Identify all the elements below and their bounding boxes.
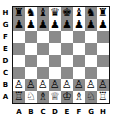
square-db[interactable]: ♙ <box>49 79 61 91</box>
square-ac[interactable] <box>13 67 25 79</box>
square-cg[interactable]: ♟ <box>37 19 49 31</box>
square-ef[interactable] <box>61 31 73 43</box>
square-hh[interactable]: ♜ <box>97 7 109 19</box>
square-be[interactable] <box>25 43 37 55</box>
white-bishop-icon: ♗ <box>38 91 48 103</box>
square-bh[interactable]: ♞ <box>25 7 37 19</box>
square-fa[interactable]: ♗ <box>73 91 85 103</box>
black-pawn-icon: ♟ <box>26 19 36 31</box>
square-cc[interactable] <box>37 67 49 79</box>
square-ec[interactable] <box>61 67 73 79</box>
square-dc[interactable] <box>49 67 61 79</box>
rank-label-d: D <box>0 55 11 67</box>
file-label-b: B <box>25 106 37 118</box>
square-gf[interactable] <box>85 31 97 43</box>
square-ag[interactable]: ♟ <box>13 19 25 31</box>
square-bc[interactable] <box>25 67 37 79</box>
square-fe[interactable] <box>73 43 85 55</box>
square-gc[interactable] <box>85 67 97 79</box>
square-eb[interactable]: ♙ <box>61 79 73 91</box>
square-ch[interactable]: ♝ <box>37 7 49 19</box>
black-pawn-icon: ♟ <box>14 19 24 31</box>
file-label-e: E <box>61 106 73 118</box>
square-dg[interactable]: ♟ <box>49 19 61 31</box>
black-rook-icon: ♜ <box>14 7 24 19</box>
square-hd[interactable] <box>97 55 109 67</box>
square-cd[interactable] <box>37 55 49 67</box>
white-pawn-icon: ♙ <box>14 79 24 91</box>
white-pawn-icon: ♙ <box>86 79 96 91</box>
white-rook-icon: ♖ <box>14 91 24 103</box>
square-cf[interactable] <box>37 31 49 43</box>
black-pawn-icon: ♟ <box>38 19 48 31</box>
square-eh[interactable]: ♚ <box>61 7 73 19</box>
square-de[interactable] <box>49 43 61 55</box>
square-ff[interactable] <box>73 31 85 43</box>
black-pawn-icon: ♟ <box>62 19 72 31</box>
rank-label-h: H <box>0 7 11 19</box>
square-ce[interactable] <box>37 43 49 55</box>
white-pawn-icon: ♙ <box>38 79 48 91</box>
square-ea[interactable]: ♔ <box>61 91 73 103</box>
rank-label-f: F <box>0 31 11 43</box>
white-pawn-icon: ♙ <box>50 79 60 91</box>
square-gb[interactable]: ♙ <box>85 79 97 91</box>
square-ha[interactable]: ♖ <box>97 91 109 103</box>
black-pawn-icon: ♟ <box>74 19 84 31</box>
square-eg[interactable]: ♟ <box>61 19 73 31</box>
square-he[interactable] <box>97 43 109 55</box>
square-ga[interactable]: ♘ <box>85 91 97 103</box>
white-king-icon: ♔ <box>62 91 72 103</box>
black-king-icon: ♚ <box>62 7 72 19</box>
file-label-d: D <box>49 106 61 118</box>
file-label-g: G <box>85 106 97 118</box>
rank-label-e: E <box>0 43 11 55</box>
square-ad[interactable] <box>13 55 25 67</box>
square-fh[interactable]: ♝ <box>73 7 85 19</box>
square-ed[interactable] <box>61 55 73 67</box>
rank-label-g: G <box>0 19 11 31</box>
chess-board: ♜♞♝♛♚♝♞♜♟♟♟♟♟♟♟♟♙♙♙♙♙♙♙♙♖♘♗♕♔♗♘♖ <box>12 6 110 104</box>
square-ae[interactable] <box>13 43 25 55</box>
rank-label-a: A <box>0 91 11 103</box>
file-label-h: H <box>97 106 109 118</box>
file-label-c: C <box>37 106 49 118</box>
square-af[interactable] <box>13 31 25 43</box>
white-knight-icon: ♘ <box>86 91 96 103</box>
white-knight-icon: ♘ <box>26 91 36 103</box>
black-knight-icon: ♞ <box>26 7 36 19</box>
rank-label-b: B <box>0 79 11 91</box>
square-ee[interactable] <box>61 43 73 55</box>
square-fc[interactable] <box>73 67 85 79</box>
file-label-a: A <box>13 106 25 118</box>
square-cb[interactable]: ♙ <box>37 79 49 91</box>
square-ca[interactable]: ♗ <box>37 91 49 103</box>
black-pawn-icon: ♟ <box>50 19 60 31</box>
square-dd[interactable] <box>49 55 61 67</box>
white-pawn-icon: ♙ <box>26 79 36 91</box>
square-bg[interactable]: ♟ <box>25 19 37 31</box>
square-fb[interactable]: ♙ <box>73 79 85 91</box>
black-knight-icon: ♞ <box>86 7 96 19</box>
square-hb[interactable]: ♙ <box>97 79 109 91</box>
square-hf[interactable] <box>97 31 109 43</box>
black-queen-icon: ♛ <box>50 7 60 19</box>
square-hg[interactable]: ♟ <box>97 19 109 31</box>
square-gg[interactable]: ♟ <box>85 19 97 31</box>
black-bishop-icon: ♝ <box>38 7 48 19</box>
square-fd[interactable] <box>73 55 85 67</box>
white-pawn-icon: ♙ <box>62 79 72 91</box>
square-ab[interactable]: ♙ <box>13 79 25 91</box>
rank-label-c: C <box>0 67 11 79</box>
square-ge[interactable] <box>85 43 97 55</box>
black-pawn-icon: ♟ <box>86 19 96 31</box>
file-label-f: F <box>73 106 85 118</box>
square-ba[interactable]: ♘ <box>25 91 37 103</box>
square-bd[interactable] <box>25 55 37 67</box>
white-rook-icon: ♖ <box>98 91 108 103</box>
rank-labels: HGFEDCBA <box>0 7 11 103</box>
square-ah[interactable]: ♜ <box>13 7 25 19</box>
file-labels: ABCDEFGH <box>13 106 109 118</box>
white-queen-icon: ♕ <box>50 91 60 103</box>
square-hc[interactable] <box>97 67 109 79</box>
black-bishop-icon: ♝ <box>74 7 84 19</box>
square-bf[interactable] <box>25 31 37 43</box>
square-bb[interactable]: ♙ <box>25 79 37 91</box>
square-aa[interactable]: ♖ <box>13 91 25 103</box>
square-da[interactable]: ♕ <box>49 91 61 103</box>
black-pawn-icon: ♟ <box>98 19 108 31</box>
white-bishop-icon: ♗ <box>74 91 84 103</box>
square-df[interactable] <box>49 31 61 43</box>
white-pawn-icon: ♙ <box>74 79 84 91</box>
black-rook-icon: ♜ <box>98 7 108 19</box>
square-fg[interactable]: ♟ <box>73 19 85 31</box>
square-gd[interactable] <box>85 55 97 67</box>
square-dh[interactable]: ♛ <box>49 7 61 19</box>
white-pawn-icon: ♙ <box>98 79 108 91</box>
square-gh[interactable]: ♞ <box>85 7 97 19</box>
